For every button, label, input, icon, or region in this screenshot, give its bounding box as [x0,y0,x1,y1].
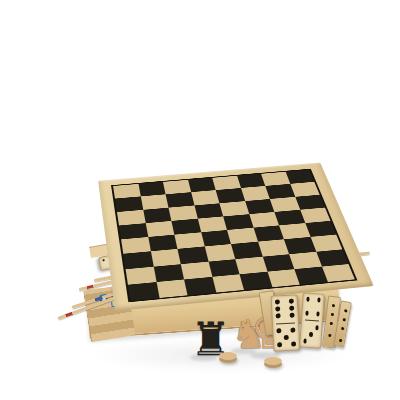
domino-edge-pips [332,304,335,307]
domino-half [302,293,324,319]
domino-pip [306,297,310,302]
domino-pip [309,332,313,337]
domino-pip [303,339,307,344]
domino-pip [305,311,309,316]
domino-pip [275,299,280,304]
domino-pip [291,341,296,346]
domino-half [273,324,299,351]
chessboard-lid [98,163,374,311]
lid-wood-frame [98,163,374,311]
domino-standing [271,294,301,351]
product-photo-wooden-game-set: ♝ ♜ ♟ ♛ ♞ ♟ ♝ ♜ YOUR LOGO ♜ [0,0,400,400]
domino-pip [290,313,295,318]
board-square [184,277,216,296]
checker-disc-natural [219,352,237,360]
domino-pip [275,307,280,312]
domino-standing [299,292,325,348]
board-square [128,282,159,301]
domino-pip [277,342,282,347]
domino-pip [290,327,295,332]
domino-half [272,295,298,322]
domino-half [300,321,322,347]
domino-pip [276,314,281,319]
board-square [212,274,244,292]
domino-pip [317,297,321,302]
board-square [156,279,187,298]
domino-pip [284,335,289,340]
checker-disc-natural [264,357,282,365]
domino-pip [276,328,281,333]
domino-pip [289,299,294,304]
domino-pip [316,311,320,316]
domino-pip [289,306,294,311]
board-square [321,264,354,282]
domino-pip [315,325,319,330]
chessboard-squares [111,169,357,303]
domino-edge-pips [344,309,347,312]
